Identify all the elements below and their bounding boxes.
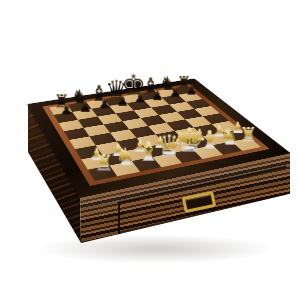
square-a1: ♜ bbox=[88, 165, 118, 181]
chess-set-photo: ♜♞♝♛♚♝♞♜♟♟♟♟♟♟♟♟♟♟♟♟♟♟♟♟♜♞♝♛♚♝♞♜ bbox=[0, 0, 300, 300]
square-a7: ♟ bbox=[54, 112, 78, 123]
black-pawn: ♟ bbox=[50, 103, 83, 118]
ground-shadow bbox=[38, 234, 274, 264]
white-rook: ♜ bbox=[84, 152, 124, 174]
drawer-handle bbox=[182, 191, 217, 213]
